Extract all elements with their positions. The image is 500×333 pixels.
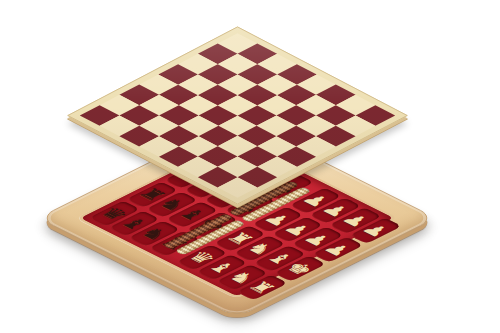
product-photo-chess-set: ♟♟♟♟♟♟♟♟♜♞♝♚♛♝♞♜ ♟♟♟♟♟♟♟♟♜♞♝♚♛♝♞♜ bbox=[0, 0, 500, 333]
